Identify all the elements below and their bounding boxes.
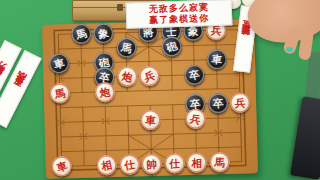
piece-black-象[interactable]: 象 bbox=[91, 21, 115, 45]
piece-red-炮[interactable]: 炮 bbox=[94, 81, 116, 103]
piece-red-車[interactable]: 車 bbox=[49, 154, 74, 179]
piece-black-卒[interactable]: 卒 bbox=[183, 63, 207, 87]
caption-card: 无敌多么寂寞 赢了象棋送你 bbox=[126, 0, 233, 29]
pieces-layer: 馬象將士象兵馬砲車砲車卒炮兵卒馬炮卒卒兵車兵車相仕帥仕相馬 bbox=[42, 19, 258, 178]
piece-red-兵[interactable]: 兵 bbox=[230, 93, 251, 114]
piece-red-相[interactable]: 相 bbox=[187, 153, 207, 173]
sign-card-left-outer-text: 威震四方 bbox=[0, 72, 3, 85]
caption-line2: 赢了象棋送你 bbox=[149, 13, 209, 26]
sign-card-right-text: 躺赢一盘 bbox=[239, 34, 253, 44]
sign-card-left-inner-text: 不服来战 bbox=[8, 82, 23, 95]
piece-red-仕[interactable]: 仕 bbox=[164, 153, 185, 174]
xiangqi-board[interactable]: 馬象將士象兵馬砲車砲車卒炮兵卒馬炮卒卒兵車兵車相仕帥仕相馬 bbox=[42, 19, 258, 178]
piece-red-仕[interactable]: 仕 bbox=[118, 153, 141, 176]
piece-red-車[interactable]: 車 bbox=[140, 109, 162, 131]
piece-red-炮[interactable]: 炮 bbox=[115, 65, 139, 89]
piece-red-帥[interactable]: 帥 bbox=[141, 153, 163, 175]
piece-black-卒[interactable]: 卒 bbox=[207, 93, 229, 115]
piece-black-車[interactable]: 車 bbox=[205, 49, 227, 71]
piece-red-相[interactable]: 相 bbox=[95, 153, 119, 177]
chess-box-latch bbox=[117, 4, 123, 11]
phone bbox=[290, 96, 320, 180]
piece-red-馬[interactable]: 馬 bbox=[48, 81, 71, 104]
piece-red-兵[interactable]: 兵 bbox=[137, 63, 162, 88]
painted-nail bbox=[286, 47, 293, 52]
piece-black-馬[interactable]: 馬 bbox=[68, 21, 93, 46]
piece-black-車[interactable]: 車 bbox=[47, 52, 71, 76]
piece-red-馬[interactable]: 馬 bbox=[209, 152, 230, 173]
piece-black-馬[interactable]: 馬 bbox=[115, 36, 138, 59]
table-surface: 象棋 馬象將士象兵馬砲車砲車卒炮兵卒馬炮卒卒兵車兵車相仕帥仕相馬 无敌多么寂寞 … bbox=[0, 0, 320, 180]
